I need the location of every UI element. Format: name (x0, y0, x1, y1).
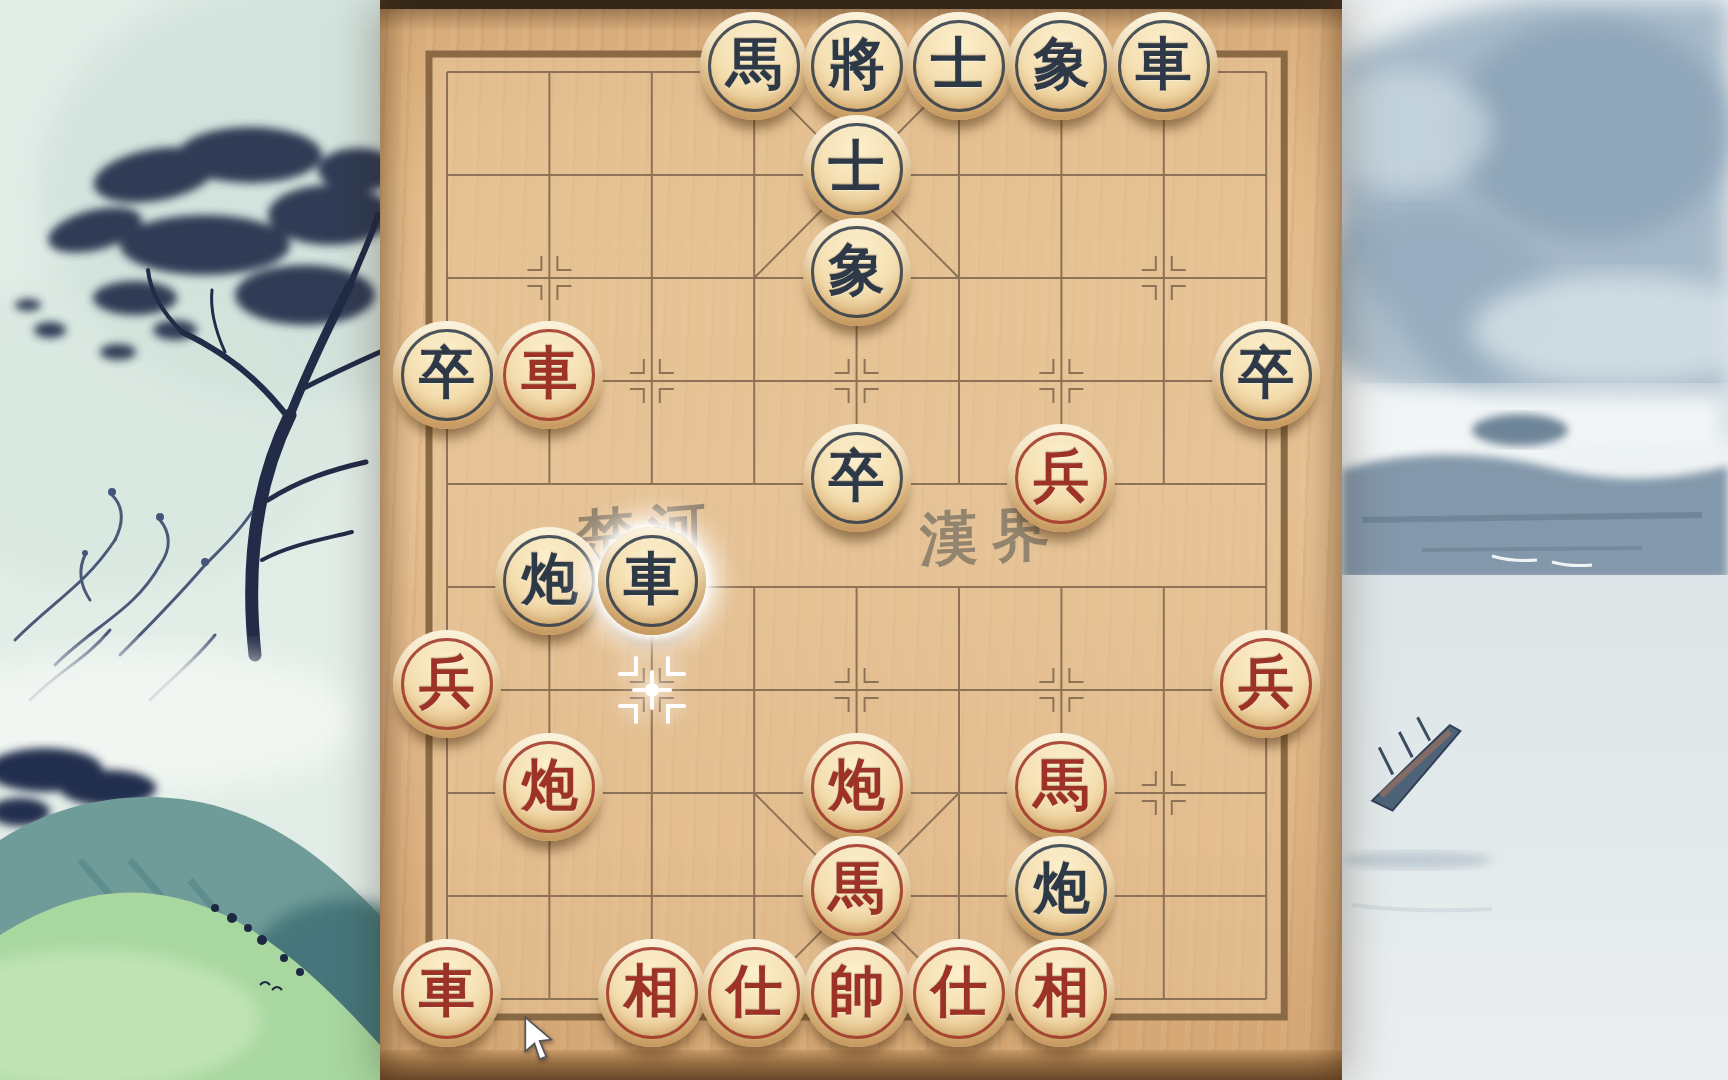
mouse-cursor (524, 1016, 558, 1062)
piece-glyph: 卒 (829, 447, 885, 503)
piece-glyph: 象 (829, 241, 885, 297)
piece-black-soldier[interactable]: 卒 (803, 424, 911, 532)
piece-glyph: 炮 (521, 756, 577, 812)
pieces-layer: 馬將士象車士象卒車卒卒兵炮車兵兵炮炮馬馬炮車相仕帥仕相 (380, 0, 1342, 1080)
piece-red-elephant[interactable]: 相 (1007, 939, 1115, 1047)
piece-red-soldier[interactable]: 兵 (393, 630, 501, 738)
piece-black-advisor[interactable]: 士 (803, 115, 911, 223)
piece-red-cannon[interactable]: 炮 (495, 733, 603, 841)
right-ink-painting (1342, 0, 1728, 1080)
move-target-marker[interactable] (610, 648, 694, 736)
piece-black-chariot[interactable]: 車 (1110, 12, 1218, 120)
piece-red-cannon[interactable]: 炮 (803, 733, 911, 841)
piece-glyph: 相 (624, 962, 680, 1018)
boat-reflection (1342, 851, 1492, 869)
piece-glyph: 仕 (931, 962, 987, 1018)
piece-black-elephant[interactable]: 象 (803, 218, 911, 326)
piece-black-cannon[interactable]: 炮 (495, 527, 603, 635)
right-painting-art (1342, 0, 1728, 1080)
xiangqi-board[interactable]: 楚河 漢界 馬將士象車士象卒車卒卒兵炮車兵兵炮炮馬馬炮車相仕帥仕相 (380, 0, 1342, 1080)
piece-glyph: 象 (1033, 35, 1089, 91)
piece-black-soldier[interactable]: 卒 (393, 321, 501, 429)
piece-glyph: 炮 (829, 756, 885, 812)
piece-red-advisor[interactable]: 仕 (905, 939, 1013, 1047)
piece-glyph: 仕 (726, 962, 782, 1018)
piece-black-horse[interactable]: 馬 (700, 12, 808, 120)
left-ink-painting (0, 0, 380, 1080)
xiangqi-game-screen: 楚河 漢界 馬將士象車士象卒車卒卒兵炮車兵兵炮炮馬馬炮車相仕帥仕相 (0, 0, 1728, 1080)
piece-black-chariot[interactable]: 車 (598, 527, 706, 635)
piece-black-general[interactable]: 將 (803, 12, 911, 120)
piece-red-soldier[interactable]: 兵 (1212, 630, 1320, 738)
piece-glyph: 炮 (521, 550, 577, 606)
piece-red-chariot[interactable]: 車 (495, 321, 603, 429)
piece-glyph: 帥 (829, 962, 885, 1018)
piece-glyph: 車 (624, 550, 680, 606)
left-painting-art (0, 0, 380, 1080)
piece-glyph: 兵 (419, 653, 475, 709)
piece-red-advisor[interactable]: 仕 (700, 939, 808, 1047)
piece-black-advisor[interactable]: 士 (905, 12, 1013, 120)
piece-black-soldier[interactable]: 卒 (1212, 321, 1320, 429)
piece-red-horse[interactable]: 馬 (803, 836, 911, 944)
piece-black-cannon[interactable]: 炮 (1007, 836, 1115, 944)
piece-glyph: 馬 (829, 859, 885, 915)
piece-glyph: 士 (829, 138, 885, 194)
islet (1472, 414, 1568, 446)
piece-glyph: 兵 (1033, 447, 1089, 503)
piece-glyph: 馬 (726, 35, 782, 91)
piece-glyph: 車 (1136, 35, 1192, 91)
piece-red-soldier[interactable]: 兵 (1007, 424, 1115, 532)
piece-glyph: 卒 (419, 344, 475, 400)
piece-glyph: 士 (931, 35, 987, 91)
piece-red-chariot[interactable]: 車 (393, 939, 501, 1047)
piece-glyph: 炮 (1033, 859, 1089, 915)
piece-glyph: 相 (1033, 962, 1089, 1018)
piece-glyph: 將 (829, 35, 885, 91)
piece-glyph: 馬 (1033, 756, 1089, 812)
piece-glyph: 車 (521, 344, 577, 400)
piece-glyph: 卒 (1238, 344, 1294, 400)
piece-black-elephant[interactable]: 象 (1007, 12, 1115, 120)
piece-red-elephant[interactable]: 相 (598, 939, 706, 1047)
piece-glyph: 車 (419, 962, 475, 1018)
piece-glyph: 兵 (1238, 653, 1294, 709)
piece-red-horse[interactable]: 馬 (1007, 733, 1115, 841)
piece-red-general[interactable]: 帥 (803, 939, 911, 1047)
